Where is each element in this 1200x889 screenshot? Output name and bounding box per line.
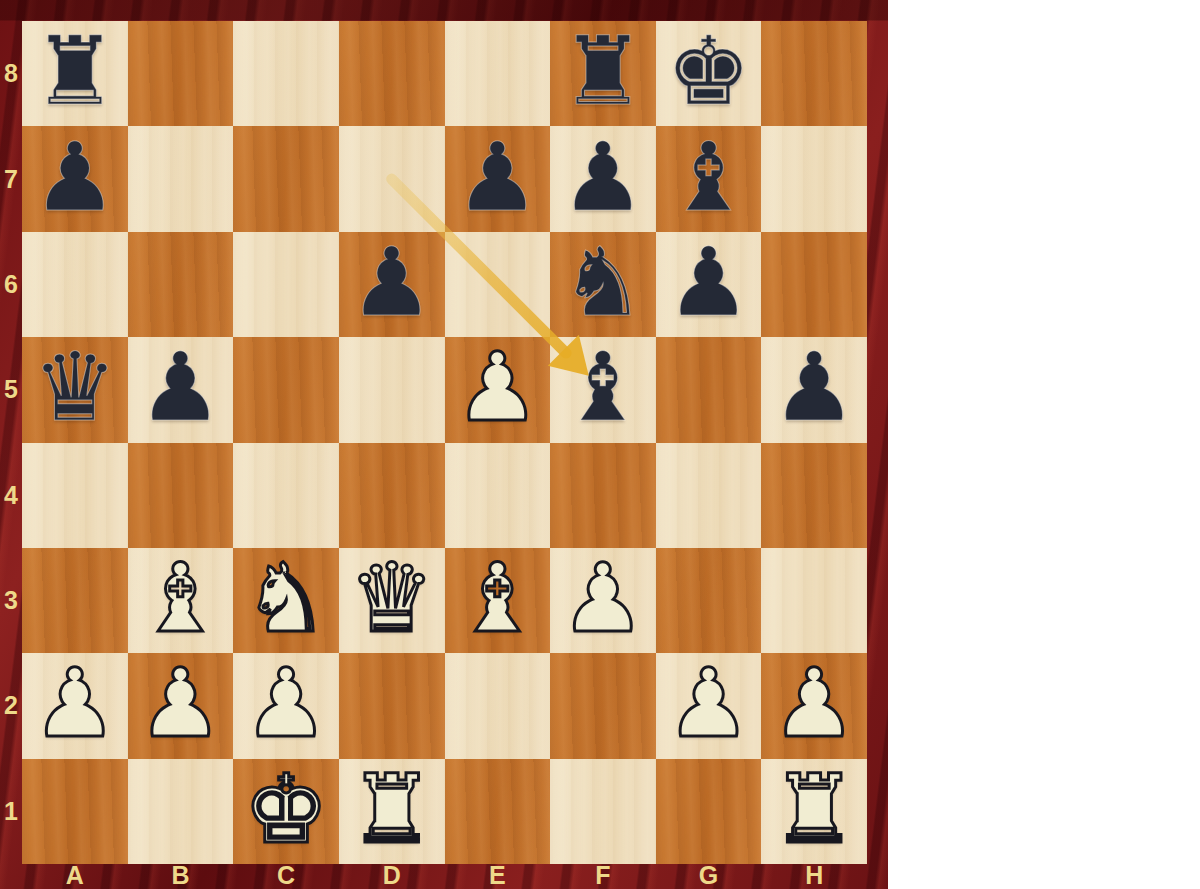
rank-label-3: 3 xyxy=(0,548,22,653)
square-b2[interactable]: ♟ xyxy=(128,653,234,758)
page-canvas: 8 7 6 5 4 3 2 1 ♜♜♚♟♟♟♝♟♞♟♛♟♟♝♟♝♞♛♝♟♟♟♟♟… xyxy=(0,0,1200,889)
square-d3[interactable]: ♛ xyxy=(339,548,445,653)
square-h4[interactable] xyxy=(761,443,867,548)
white-pawn: ♟ xyxy=(243,656,328,751)
square-a6[interactable] xyxy=(22,232,128,337)
rank-label-8: 8 xyxy=(0,21,22,126)
square-f1[interactable] xyxy=(550,759,656,864)
rank-label-2: 2 xyxy=(0,653,22,758)
white-pawn: ♟ xyxy=(560,551,645,646)
square-f4[interactable] xyxy=(550,443,656,548)
square-c2[interactable]: ♟ xyxy=(233,653,339,758)
square-d1[interactable]: ♜ xyxy=(339,759,445,864)
square-e5[interactable]: ♟ xyxy=(445,337,551,442)
white-rook: ♜ xyxy=(349,762,434,857)
square-h1[interactable]: ♜ xyxy=(761,759,867,864)
square-a8[interactable]: ♜ xyxy=(22,21,128,126)
file-labels: A B C D E F G H xyxy=(22,864,867,889)
square-b7[interactable] xyxy=(128,126,234,231)
right-margin xyxy=(888,0,1200,889)
file-label-c: C xyxy=(233,864,339,889)
square-g2[interactable]: ♟ xyxy=(656,653,762,758)
square-a2[interactable]: ♟ xyxy=(22,653,128,758)
square-g1[interactable] xyxy=(656,759,762,864)
square-b3[interactable]: ♝ xyxy=(128,548,234,653)
black-queen: ♛ xyxy=(32,340,117,435)
square-a4[interactable] xyxy=(22,443,128,548)
square-g7[interactable]: ♝ xyxy=(656,126,762,231)
black-bishop: ♝ xyxy=(666,130,751,225)
square-f6[interactable]: ♞ xyxy=(550,232,656,337)
rank-label-4: 4 xyxy=(0,443,22,548)
square-g6[interactable]: ♟ xyxy=(656,232,762,337)
square-c3[interactable]: ♞ xyxy=(233,548,339,653)
square-g4[interactable] xyxy=(656,443,762,548)
white-king: ♚ xyxy=(243,762,328,857)
board-grid: ♜♜♚♟♟♟♝♟♞♟♛♟♟♝♟♝♞♛♝♟♟♟♟♟♟♚♜♜ xyxy=(22,21,867,864)
square-f8[interactable]: ♜ xyxy=(550,21,656,126)
square-d6[interactable]: ♟ xyxy=(339,232,445,337)
file-label-h: H xyxy=(761,864,867,889)
white-pawn: ♟ xyxy=(32,656,117,751)
square-d2[interactable] xyxy=(339,653,445,758)
square-h8[interactable] xyxy=(761,21,867,126)
square-e6[interactable] xyxy=(445,232,551,337)
square-e8[interactable] xyxy=(445,21,551,126)
black-pawn: ♟ xyxy=(772,340,857,435)
square-c8[interactable] xyxy=(233,21,339,126)
square-f7[interactable]: ♟ xyxy=(550,126,656,231)
white-rook: ♜ xyxy=(772,762,857,857)
square-d8[interactable] xyxy=(339,21,445,126)
square-a5[interactable]: ♛ xyxy=(22,337,128,442)
white-queen: ♛ xyxy=(349,551,434,646)
chess-board: 8 7 6 5 4 3 2 1 ♜♜♚♟♟♟♝♟♞♟♛♟♟♝♟♝♞♛♝♟♟♟♟♟… xyxy=(0,0,888,889)
square-d4[interactable] xyxy=(339,443,445,548)
square-e7[interactable]: ♟ xyxy=(445,126,551,231)
square-g8[interactable]: ♚ xyxy=(656,21,762,126)
square-c5[interactable] xyxy=(233,337,339,442)
square-e4[interactable] xyxy=(445,443,551,548)
square-c6[interactable] xyxy=(233,232,339,337)
rank-label-1: 1 xyxy=(0,759,22,864)
white-bishop: ♝ xyxy=(455,551,540,646)
square-f2[interactable] xyxy=(550,653,656,758)
square-b8[interactable] xyxy=(128,21,234,126)
square-c1[interactable]: ♚ xyxy=(233,759,339,864)
white-pawn: ♟ xyxy=(138,656,223,751)
square-f5[interactable]: ♝ xyxy=(550,337,656,442)
black-knight: ♞ xyxy=(560,235,645,330)
square-h5[interactable]: ♟ xyxy=(761,337,867,442)
black-pawn: ♟ xyxy=(32,130,117,225)
square-g3[interactable] xyxy=(656,548,762,653)
black-bishop: ♝ xyxy=(560,340,645,435)
file-label-a: A xyxy=(22,864,128,889)
rank-labels: 8 7 6 5 4 3 2 1 xyxy=(0,21,22,864)
file-label-b: B xyxy=(128,864,234,889)
square-g5[interactable] xyxy=(656,337,762,442)
black-king: ♚ xyxy=(666,24,751,119)
square-e3[interactable]: ♝ xyxy=(445,548,551,653)
square-a3[interactable] xyxy=(22,548,128,653)
file-label-e: E xyxy=(445,864,551,889)
black-pawn: ♟ xyxy=(455,130,540,225)
square-b5[interactable]: ♟ xyxy=(128,337,234,442)
white-pawn: ♟ xyxy=(455,340,540,435)
square-a1[interactable] xyxy=(22,759,128,864)
square-b6[interactable] xyxy=(128,232,234,337)
file-label-d: D xyxy=(339,864,445,889)
square-h2[interactable]: ♟ xyxy=(761,653,867,758)
square-c4[interactable] xyxy=(233,443,339,548)
white-pawn: ♟ xyxy=(772,656,857,751)
rank-label-5: 5 xyxy=(0,337,22,442)
white-knight: ♞ xyxy=(243,551,328,646)
square-a7[interactable]: ♟ xyxy=(22,126,128,231)
square-e1[interactable] xyxy=(445,759,551,864)
black-pawn: ♟ xyxy=(138,340,223,435)
file-label-f: F xyxy=(550,864,656,889)
rank-label-7: 7 xyxy=(0,126,22,231)
square-b4[interactable] xyxy=(128,443,234,548)
black-rook: ♜ xyxy=(560,24,645,119)
square-d7[interactable] xyxy=(339,126,445,231)
white-pawn: ♟ xyxy=(666,656,751,751)
square-f3[interactable]: ♟ xyxy=(550,548,656,653)
black-rook: ♜ xyxy=(32,24,117,119)
square-e2[interactable] xyxy=(445,653,551,758)
square-c7[interactable] xyxy=(233,126,339,231)
black-pawn: ♟ xyxy=(349,235,434,330)
square-h6[interactable] xyxy=(761,232,867,337)
square-d5[interactable] xyxy=(339,337,445,442)
black-pawn: ♟ xyxy=(560,130,645,225)
black-pawn: ♟ xyxy=(666,235,751,330)
file-label-g: G xyxy=(656,864,762,889)
square-h3[interactable] xyxy=(761,548,867,653)
square-b1[interactable] xyxy=(128,759,234,864)
white-bishop: ♝ xyxy=(138,551,223,646)
square-h7[interactable] xyxy=(761,126,867,231)
rank-label-6: 6 xyxy=(0,232,22,337)
